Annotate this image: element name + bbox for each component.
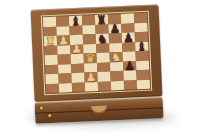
box-lid-board-frame: ♝♜♟♜♟♞♟♟♝♛♞♟♟ [31, 4, 163, 101]
square-c1[interactable] [72, 82, 85, 92]
photo-stage: ♝♜♟♜♟♞♟♟♝♛♞♟♟ [0, 0, 200, 139]
square-e1[interactable] [98, 81, 111, 91]
square-d6[interactable] [83, 34, 96, 44]
square-f1[interactable] [111, 80, 124, 90]
square-b5[interactable] [57, 45, 70, 55]
drawer-notch-handle[interactable] [91, 106, 107, 114]
square-g4[interactable] [122, 51, 135, 61]
square-f7[interactable]: ♟ [108, 23, 121, 33]
board: ♝♜♟♜♟♞♟♟♝♛♞♟♟ [43, 13, 150, 93]
chess-box: ♝♜♟♜♟♞♟♟♝♛♞♟♟ [31, 4, 164, 123]
square-h1[interactable] [137, 79, 150, 89]
square-d1[interactable] [85, 81, 98, 91]
square-h8[interactable] [134, 13, 147, 23]
square-e3[interactable] [97, 62, 110, 72]
square-a1[interactable] [46, 83, 59, 93]
clasp-latch[interactable] [48, 114, 51, 117]
square-c2[interactable] [71, 73, 84, 83]
square-g1[interactable] [124, 80, 137, 90]
square-b1[interactable] [59, 83, 72, 93]
clasp-latch[interactable] [40, 106, 43, 109]
